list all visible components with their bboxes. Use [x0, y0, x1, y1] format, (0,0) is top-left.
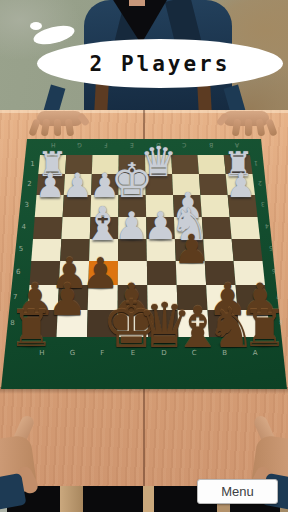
- chair-armrest: [197, 84, 211, 113]
- speech-bubble-tail: [30, 22, 42, 30]
- table-leg: [60, 486, 83, 512]
- menu-button-label: Menu: [221, 484, 254, 499]
- chair-armrest: [94, 84, 108, 113]
- table-leg: [143, 486, 154, 512]
- opponent-right-hand: [213, 110, 279, 138]
- speech-bubble-text: 2 Players: [90, 51, 231, 76]
- chess-app-screen: HGFEDCBAHGFEDCBA1234567812345678 ♜♛♜♟♟♟♚…: [0, 0, 288, 512]
- player-left-hand: [0, 410, 52, 512]
- speech-bubble: 2 Players: [37, 39, 283, 88]
- menu-button[interactable]: Menu: [197, 479, 278, 504]
- opponent-neck: [129, 0, 145, 6]
- opponent-left-hand: [27, 110, 93, 138]
